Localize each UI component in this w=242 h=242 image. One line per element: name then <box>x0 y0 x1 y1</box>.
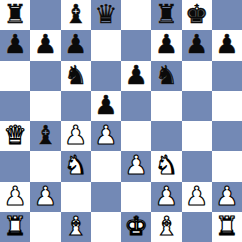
square-d5[interactable]: ♟ <box>91 91 121 121</box>
square-d7[interactable] <box>91 30 121 60</box>
square-g3[interactable] <box>182 151 212 181</box>
piece-white-pawn[interactable]: ♟ <box>185 183 208 209</box>
square-a6[interactable] <box>0 61 30 91</box>
piece-black-knight[interactable]: ♞ <box>155 62 178 88</box>
square-e6[interactable]: ♟ <box>121 61 151 91</box>
square-d4[interactable]: ♟ <box>91 121 121 151</box>
piece-white-pawn[interactable]: ♟ <box>155 183 178 209</box>
square-c3[interactable]: ♞ <box>61 151 91 181</box>
piece-white-bishop[interactable]: ♝ <box>64 213 87 239</box>
piece-black-pawn[interactable]: ♟ <box>3 31 26 57</box>
square-c7[interactable]: ♟ <box>61 30 91 60</box>
square-c4[interactable]: ♟ <box>61 121 91 151</box>
square-d1[interactable] <box>91 212 121 242</box>
square-h2[interactable]: ♟ <box>212 182 242 212</box>
square-h1[interactable]: ♜ <box>212 212 242 242</box>
square-g5[interactable] <box>182 91 212 121</box>
square-a5[interactable] <box>0 91 30 121</box>
piece-white-pawn[interactable]: ♟ <box>215 183 238 209</box>
piece-black-knight[interactable]: ♞ <box>64 62 87 88</box>
square-f6[interactable]: ♞ <box>151 61 181 91</box>
piece-white-pawn[interactable]: ♟ <box>124 152 147 178</box>
square-g4[interactable] <box>182 121 212 151</box>
piece-white-bishop[interactable]: ♝ <box>155 213 178 239</box>
piece-black-pawn[interactable]: ♟ <box>215 31 238 57</box>
piece-black-king[interactable]: ♚ <box>185 1 208 27</box>
square-a4[interactable]: ♛ <box>0 121 30 151</box>
square-d3[interactable] <box>91 151 121 181</box>
square-b1[interactable] <box>30 212 60 242</box>
square-f2[interactable]: ♟ <box>151 182 181 212</box>
chess-board: ♜♝♛♜♚♟♟♟♟♟♟♞♟♞♟♛♝♟♟♞♟♞♟♟♟♟♟♜♝♚♝♜ <box>0 0 242 242</box>
square-h3[interactable] <box>212 151 242 181</box>
square-a2[interactable]: ♟ <box>0 182 30 212</box>
piece-black-pawn[interactable]: ♟ <box>155 31 178 57</box>
square-e3[interactable]: ♟ <box>121 151 151 181</box>
square-d8[interactable]: ♛ <box>91 0 121 30</box>
piece-white-knight[interactable]: ♞ <box>64 152 87 178</box>
piece-black-queen[interactable]: ♛ <box>94 1 117 27</box>
square-b4[interactable]: ♝ <box>30 121 60 151</box>
square-h4[interactable] <box>212 121 242 151</box>
square-b8[interactable] <box>30 0 60 30</box>
piece-black-pawn[interactable]: ♟ <box>64 31 87 57</box>
square-b2[interactable]: ♟ <box>30 182 60 212</box>
square-a1[interactable]: ♜ <box>0 212 30 242</box>
piece-black-rook[interactable]: ♜ <box>155 1 178 27</box>
square-e5[interactable] <box>121 91 151 121</box>
piece-white-king[interactable]: ♚ <box>124 213 147 239</box>
piece-black-pawn[interactable]: ♟ <box>185 31 208 57</box>
square-e2[interactable] <box>121 182 151 212</box>
square-a7[interactable]: ♟ <box>0 30 30 60</box>
piece-white-pawn[interactable]: ♟ <box>64 122 87 148</box>
square-c5[interactable] <box>61 91 91 121</box>
square-e4[interactable] <box>121 121 151 151</box>
square-d2[interactable] <box>91 182 121 212</box>
square-f5[interactable] <box>151 91 181 121</box>
square-h7[interactable]: ♟ <box>212 30 242 60</box>
square-h6[interactable] <box>212 61 242 91</box>
square-g1[interactable] <box>182 212 212 242</box>
piece-black-bishop[interactable]: ♝ <box>64 1 87 27</box>
square-e7[interactable] <box>121 30 151 60</box>
piece-white-pawn[interactable]: ♟ <box>3 183 26 209</box>
square-f7[interactable]: ♟ <box>151 30 181 60</box>
square-g2[interactable]: ♟ <box>182 182 212 212</box>
square-b3[interactable] <box>30 151 60 181</box>
square-d6[interactable] <box>91 61 121 91</box>
piece-white-pawn[interactable]: ♟ <box>34 183 57 209</box>
square-f1[interactable]: ♝ <box>151 212 181 242</box>
piece-black-rook[interactable]: ♜ <box>3 1 26 27</box>
piece-white-rook[interactable]: ♜ <box>215 213 238 239</box>
square-f3[interactable]: ♞ <box>151 151 181 181</box>
piece-white-rook[interactable]: ♜ <box>3 213 26 239</box>
square-c1[interactable]: ♝ <box>61 212 91 242</box>
square-e8[interactable] <box>121 0 151 30</box>
piece-white-queen[interactable]: ♛ <box>3 122 26 148</box>
piece-white-pawn[interactable]: ♟ <box>94 122 117 148</box>
square-g6[interactable] <box>182 61 212 91</box>
piece-black-bishop[interactable]: ♝ <box>34 122 57 148</box>
square-c6[interactable]: ♞ <box>61 61 91 91</box>
piece-black-pawn[interactable]: ♟ <box>34 31 57 57</box>
square-g8[interactable]: ♚ <box>182 0 212 30</box>
piece-white-knight[interactable]: ♞ <box>155 152 178 178</box>
square-a3[interactable] <box>0 151 30 181</box>
square-b7[interactable]: ♟ <box>30 30 60 60</box>
square-c2[interactable] <box>61 182 91 212</box>
square-f8[interactable]: ♜ <box>151 0 181 30</box>
square-e1[interactable]: ♚ <box>121 212 151 242</box>
square-f4[interactable] <box>151 121 181 151</box>
piece-black-pawn[interactable]: ♟ <box>94 92 117 118</box>
square-b6[interactable] <box>30 61 60 91</box>
square-b5[interactable] <box>30 91 60 121</box>
square-h5[interactable] <box>212 91 242 121</box>
piece-black-pawn[interactable]: ♟ <box>124 62 147 88</box>
square-a8[interactable]: ♜ <box>0 0 30 30</box>
square-c8[interactable]: ♝ <box>61 0 91 30</box>
square-h8[interactable] <box>212 0 242 30</box>
square-g7[interactable]: ♟ <box>182 30 212 60</box>
